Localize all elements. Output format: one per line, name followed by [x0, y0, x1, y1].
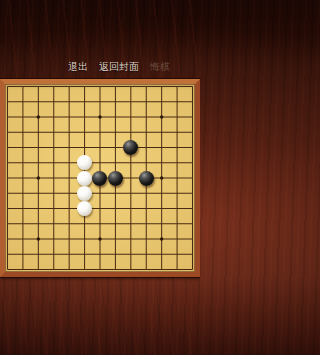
board-intersection[interactable]: [185, 216, 200, 231]
board-intersection[interactable]: [15, 170, 30, 185]
board-intersection[interactable]: [108, 262, 123, 277]
board-intersection[interactable]: [0, 125, 15, 140]
board-intersection[interactable]: [0, 140, 15, 155]
board-intersection[interactable]: [123, 186, 138, 201]
black-stone-point: [108, 170, 123, 185]
board-intersection[interactable]: [169, 155, 184, 170]
board-intersection[interactable]: [61, 247, 76, 262]
board-intersection[interactable]: [61, 216, 76, 231]
board-intersection[interactable]: [61, 170, 76, 185]
board-intersection[interactable]: [108, 231, 123, 246]
board-intersection[interactable]: [139, 155, 154, 170]
board-intersection[interactable]: [123, 94, 138, 109]
board-intersection[interactable]: [46, 216, 61, 231]
board-intersection[interactable]: [108, 140, 123, 155]
board-intersection[interactable]: [46, 109, 61, 124]
white-stone: [77, 186, 92, 201]
board-intersection[interactable]: [92, 94, 107, 109]
black-stone: [92, 171, 107, 186]
board-intersection[interactable]: [92, 186, 107, 201]
board-intersection[interactable]: [154, 155, 169, 170]
board-intersection[interactable]: [92, 231, 107, 246]
board-intersection[interactable]: [185, 186, 200, 201]
board-intersection[interactable]: [123, 231, 138, 246]
board-intersection[interactable]: [139, 216, 154, 231]
exit-button[interactable]: 退出: [68, 61, 88, 73]
board-intersection[interactable]: [123, 216, 138, 231]
board-intersection[interactable]: [154, 247, 169, 262]
board-intersection[interactable]: [46, 247, 61, 262]
board-intersection[interactable]: [123, 201, 138, 216]
board-intersection[interactable]: [61, 125, 76, 140]
board-intersection[interactable]: [46, 140, 61, 155]
board-intersection[interactable]: [169, 94, 184, 109]
board-intersection[interactable]: [15, 94, 30, 109]
board-intersection[interactable]: [31, 247, 46, 262]
board-intersection[interactable]: [61, 262, 76, 277]
board-intersection[interactable]: [185, 262, 200, 277]
board-intersection[interactable]: [77, 216, 92, 231]
board-intersection[interactable]: [15, 231, 30, 246]
board-intersection[interactable]: [185, 247, 200, 262]
board-intersection[interactable]: [31, 216, 46, 231]
stones-layer: [0, 79, 200, 277]
board-intersection[interactable]: [77, 109, 92, 124]
board-intersection[interactable]: [61, 94, 76, 109]
board-intersection[interactable]: [108, 94, 123, 109]
white-stone-point: [77, 170, 92, 185]
white-stone: [77, 171, 92, 186]
board-intersection[interactable]: [169, 201, 184, 216]
board-intersection[interactable]: [15, 247, 30, 262]
board-intersection[interactable]: [154, 140, 169, 155]
board-intersection[interactable]: [139, 247, 154, 262]
board-intersection[interactable]: [46, 262, 61, 277]
black-stone: [123, 140, 138, 155]
white-stone: [77, 155, 92, 170]
board-intersection[interactable]: [154, 170, 169, 185]
board-intersection[interactable]: [0, 247, 15, 262]
gomoku-board[interactable]: [0, 79, 200, 277]
white-stone-point: [77, 155, 92, 170]
board-intersection[interactable]: [108, 125, 123, 140]
board-intersection[interactable]: [169, 247, 184, 262]
board-intersection[interactable]: [77, 247, 92, 262]
board-intersection[interactable]: [61, 186, 76, 201]
board-intersection[interactable]: [123, 125, 138, 140]
board-intersection[interactable]: [139, 231, 154, 246]
board-intersection[interactable]: [139, 109, 154, 124]
board-intersection[interactable]: [154, 109, 169, 124]
board-intersection[interactable]: [77, 140, 92, 155]
board-intersection[interactable]: [169, 79, 184, 94]
board-intersection[interactable]: [61, 140, 76, 155]
black-stone: [108, 171, 123, 186]
board-intersection[interactable]: [185, 79, 200, 94]
black-stone-point: [123, 140, 138, 155]
board-intersection[interactable]: [169, 109, 184, 124]
board-intersection[interactable]: [185, 170, 200, 185]
board-intersection[interactable]: [92, 216, 107, 231]
board-intersection[interactable]: [92, 155, 107, 170]
top-menu-bar: 退出 返回封面 悔棋: [68, 61, 170, 73]
board-intersection[interactable]: [123, 247, 138, 262]
board-intersection[interactable]: [123, 109, 138, 124]
board-intersection[interactable]: [139, 125, 154, 140]
board-intersection[interactable]: [185, 155, 200, 170]
board-intersection[interactable]: [92, 109, 107, 124]
board-intersection[interactable]: [31, 109, 46, 124]
board-intersection[interactable]: [0, 216, 15, 231]
board-intersection[interactable]: [154, 262, 169, 277]
board-intersection[interactable]: [139, 79, 154, 94]
board-intersection[interactable]: [46, 94, 61, 109]
board-intersection[interactable]: [31, 231, 46, 246]
board-intersection[interactable]: [108, 247, 123, 262]
board-intersection[interactable]: [77, 94, 92, 109]
board-intersection[interactable]: [0, 231, 15, 246]
board-intersection[interactable]: [31, 125, 46, 140]
board-intersection[interactable]: [77, 79, 92, 94]
board-intersection[interactable]: [123, 262, 138, 277]
board-intersection[interactable]: [92, 262, 107, 277]
board-intersection[interactable]: [139, 262, 154, 277]
board-intersection[interactable]: [0, 109, 15, 124]
board-intersection[interactable]: [185, 125, 200, 140]
board-intersection[interactable]: [108, 79, 123, 94]
black-stone: [139, 171, 154, 186]
board-intersection[interactable]: [31, 170, 46, 185]
board-intersection[interactable]: [15, 125, 30, 140]
board-intersection[interactable]: [108, 186, 123, 201]
board-intersection[interactable]: [15, 140, 30, 155]
board-intersection[interactable]: [154, 201, 169, 216]
board-intersection[interactable]: [77, 262, 92, 277]
white-stone-point: [77, 201, 92, 216]
board-intersection[interactable]: [46, 170, 61, 185]
board-intersection[interactable]: [154, 216, 169, 231]
undo-move-button[interactable]: 悔棋: [150, 61, 170, 73]
board-intersection[interactable]: [169, 216, 184, 231]
black-stone-point: [139, 170, 154, 185]
board-intersection[interactable]: [15, 216, 30, 231]
board-intersection[interactable]: [0, 262, 15, 277]
board-intersection[interactable]: [154, 231, 169, 246]
board-intersection[interactable]: [15, 109, 30, 124]
board-intersection[interactable]: [77, 231, 92, 246]
board-intersection[interactable]: [31, 201, 46, 216]
board-intersection[interactable]: [139, 186, 154, 201]
board-intersection[interactable]: [15, 79, 30, 94]
board-intersection[interactable]: [108, 155, 123, 170]
return-to-cover-button[interactable]: 返回封面: [99, 61, 139, 73]
board-intersection[interactable]: [61, 109, 76, 124]
board-intersection[interactable]: [0, 186, 15, 201]
board-intersection[interactable]: [154, 94, 169, 109]
board-intersection[interactable]: [46, 155, 61, 170]
board-intersection[interactable]: [46, 125, 61, 140]
board-intersection[interactable]: [15, 186, 30, 201]
board-intersection[interactable]: [46, 186, 61, 201]
board-intersection[interactable]: [46, 79, 61, 94]
board-intersection[interactable]: [15, 155, 30, 170]
board-intersection[interactable]: [123, 170, 138, 185]
board-intersection[interactable]: [185, 109, 200, 124]
board-intersection[interactable]: [15, 262, 30, 277]
board-intersection[interactable]: [31, 79, 46, 94]
board-intersection[interactable]: [139, 140, 154, 155]
white-stone: [77, 201, 92, 216]
board-intersection[interactable]: [154, 79, 169, 94]
board-intersection[interactable]: [169, 231, 184, 246]
board-intersection[interactable]: [31, 140, 46, 155]
board-intersection[interactable]: [92, 247, 107, 262]
board-intersection[interactable]: [61, 79, 76, 94]
board-intersection[interactable]: [92, 140, 107, 155]
board-intersection[interactable]: [15, 201, 30, 216]
board-intersection[interactable]: [123, 155, 138, 170]
board-intersection[interactable]: [0, 170, 15, 185]
board-intersection[interactable]: [0, 79, 15, 94]
board-intersection[interactable]: [108, 216, 123, 231]
board-intersection[interactable]: [185, 94, 200, 109]
board-intersection[interactable]: [61, 231, 76, 246]
board-intersection[interactable]: [0, 94, 15, 109]
board-intersection[interactable]: [108, 109, 123, 124]
board-intersection[interactable]: [77, 125, 92, 140]
board-intersection[interactable]: [61, 201, 76, 216]
board-intersection[interactable]: [46, 231, 61, 246]
black-stone-point: [92, 170, 107, 185]
board-intersection[interactable]: [0, 201, 15, 216]
board-intersection[interactable]: [139, 94, 154, 109]
board-intersection[interactable]: [169, 262, 184, 277]
board-intersection[interactable]: [154, 125, 169, 140]
board-intersection[interactable]: [92, 79, 107, 94]
board-intersection[interactable]: [169, 186, 184, 201]
board-intersection[interactable]: [139, 201, 154, 216]
board-intersection[interactable]: [46, 201, 61, 216]
board-intersection[interactable]: [154, 186, 169, 201]
board-intersection[interactable]: [92, 125, 107, 140]
board-intersection[interactable]: [123, 79, 138, 94]
board-intersection[interactable]: [31, 155, 46, 170]
board-intersection[interactable]: [185, 231, 200, 246]
board-intersection[interactable]: [31, 94, 46, 109]
board-intersection[interactable]: [108, 201, 123, 216]
board-intersection[interactable]: [185, 201, 200, 216]
board-intersection[interactable]: [169, 125, 184, 140]
white-stone-point: [77, 186, 92, 201]
board-intersection[interactable]: [61, 155, 76, 170]
board-intersection[interactable]: [31, 186, 46, 201]
board-intersection[interactable]: [31, 262, 46, 277]
board-intersection[interactable]: [169, 170, 184, 185]
board-intersection[interactable]: [185, 140, 200, 155]
board-intersection[interactable]: [92, 201, 107, 216]
board-intersection[interactable]: [0, 155, 15, 170]
board-intersection[interactable]: [169, 140, 184, 155]
